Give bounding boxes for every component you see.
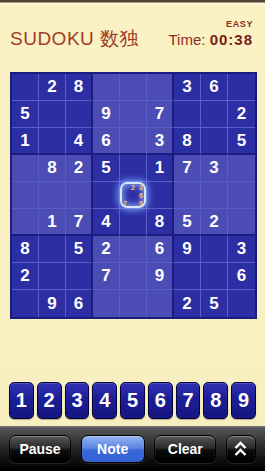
given-digit: 2 — [20, 266, 29, 286]
cell-r2c2[interactable] — [39, 101, 66, 128]
given-digit: 8 — [182, 131, 191, 151]
given-digit: 3 — [209, 158, 218, 178]
given-digit: 8 — [47, 158, 56, 178]
cell-r8c8[interactable] — [201, 263, 228, 290]
given-digit: 5 — [74, 239, 83, 259]
cell-r8c7[interactable] — [174, 263, 201, 290]
given-digit: 2 — [47, 77, 56, 97]
numpad-2[interactable]: 2 — [37, 382, 62, 419]
app-title: SUDOKU 数独 — [10, 26, 139, 52]
cell-r1c3[interactable]: 8 — [66, 74, 93, 101]
number-pad: 123456789 — [9, 382, 256, 419]
given-digit: 5 — [101, 158, 110, 178]
given-digit: 8 — [20, 239, 29, 259]
cell-r2c6[interactable]: 7 — [147, 101, 174, 128]
cell-r7c2[interactable] — [39, 236, 66, 263]
cell-r4c4[interactable]: 5 — [93, 155, 120, 182]
cell-r3c5[interactable] — [120, 128, 147, 155]
cell-r4c3[interactable]: 2 — [66, 155, 93, 182]
cell-r7c3[interactable]: 5 — [66, 236, 93, 263]
timer: Time: 00:38 — [169, 31, 254, 48]
note-digit: 3 — [137, 183, 145, 191]
given-digit: 2 — [209, 212, 218, 232]
cell-r8c9[interactable]: 6 — [228, 263, 255, 290]
cell-r7c4[interactable]: 2 — [93, 236, 120, 263]
cell-r8c4[interactable]: 7 — [93, 263, 120, 290]
cell-r3c6[interactable]: 3 — [147, 128, 174, 155]
sudoku-board: 2836597214638582517323679174852852693279… — [10, 72, 257, 319]
cell-r6c4[interactable]: 4 — [93, 209, 120, 236]
cell-r5c4[interactable] — [93, 182, 120, 209]
given-digit: 7 — [155, 104, 164, 124]
given-digit: 4 — [101, 212, 110, 232]
given-digit: 7 — [182, 158, 191, 178]
cell-r5c6[interactable] — [147, 182, 174, 209]
cell-r6c8[interactable]: 2 — [201, 209, 228, 236]
cell-r6c2[interactable]: 1 — [39, 209, 66, 236]
numpad-9[interactable]: 9 — [231, 382, 256, 419]
cell-r5c2[interactable] — [39, 182, 66, 209]
numpad-7[interactable]: 7 — [176, 382, 201, 419]
cell-r4c7[interactable]: 7 — [174, 155, 201, 182]
given-digit: 9 — [47, 294, 56, 314]
collapse-toolbar-button[interactable] — [226, 435, 256, 463]
cell-r4c1[interactable] — [12, 155, 39, 182]
given-digit: 6 — [74, 294, 83, 314]
toolbar: Pause Note Clear — [0, 426, 265, 471]
cell-r6c7[interactable]: 5 — [174, 209, 201, 236]
cell-r7c9[interactable]: 3 — [228, 236, 255, 263]
cell-r8c2[interactable] — [39, 263, 66, 290]
header-status: EASY Time: 00:38 — [169, 19, 254, 48]
given-digit: 2 — [74, 158, 83, 178]
cell-r1c6[interactable] — [147, 74, 174, 101]
given-digit: 6 — [209, 77, 218, 97]
given-digit: 9 — [182, 239, 191, 259]
cell-r2c8[interactable] — [201, 101, 228, 128]
given-digit: 9 — [155, 266, 164, 286]
cell-r2c4[interactable]: 9 — [93, 101, 120, 128]
cell-r6c9[interactable] — [228, 209, 255, 236]
cell-r9c9[interactable] — [228, 290, 255, 317]
given-digit: 3 — [155, 131, 164, 151]
difficulty-badge: EASY — [169, 19, 254, 29]
cell-r1c1[interactable] — [12, 74, 39, 101]
given-digit: 7 — [74, 212, 83, 232]
cell-r7c1[interactable]: 8 — [12, 236, 39, 263]
cell-r5c3[interactable] — [66, 182, 93, 209]
cell-r3c7[interactable]: 8 — [174, 128, 201, 155]
sudoku-app-screen: SUDOKU 数独 EASY Time: 00:38 2836597214638… — [0, 0, 265, 471]
cell-r9c7[interactable]: 2 — [174, 290, 201, 317]
cell-r3c2[interactable] — [39, 128, 66, 155]
numpad-4[interactable]: 4 — [92, 382, 117, 419]
cell-r6c6[interactable]: 8 — [147, 209, 174, 236]
cell-r1c7[interactable]: 3 — [174, 74, 201, 101]
cell-r6c1[interactable] — [12, 209, 39, 236]
given-digit: 6 — [155, 239, 164, 259]
cell-r9c6[interactable] — [147, 290, 174, 317]
cell-r2c5[interactable] — [120, 101, 147, 128]
cell-r3c3[interactable]: 4 — [66, 128, 93, 155]
cell-r1c5[interactable] — [120, 74, 147, 101]
cell-r4c5[interactable] — [120, 155, 147, 182]
given-digit: 6 — [101, 131, 110, 151]
given-digit: 8 — [74, 77, 83, 97]
cell-r8c6[interactable]: 9 — [147, 263, 174, 290]
cell-r3c8[interactable] — [201, 128, 228, 155]
numpad-8[interactable]: 8 — [203, 382, 228, 419]
cell-r8c3[interactable] — [66, 263, 93, 290]
cell-r8c1[interactable]: 2 — [12, 263, 39, 290]
cell-r2c3[interactable] — [66, 101, 93, 128]
given-digit: 2 — [182, 294, 191, 314]
cell-r9c2[interactable]: 9 — [39, 290, 66, 317]
cell-r9c3[interactable]: 6 — [66, 290, 93, 317]
cell-r5c9[interactable] — [228, 182, 255, 209]
cell-r4c6[interactable]: 1 — [147, 155, 174, 182]
cell-r5c7[interactable] — [174, 182, 201, 209]
note-digit: 2 — [129, 183, 137, 191]
given-digit: 1 — [155, 158, 164, 178]
cell-r1c8[interactable]: 6 — [201, 74, 228, 101]
given-digit: 6 — [237, 266, 246, 286]
numpad-3[interactable]: 3 — [65, 382, 90, 419]
given-digit: 2 — [101, 239, 110, 259]
time-value: 00:38 — [210, 31, 253, 48]
cell-r6c3[interactable]: 7 — [66, 209, 93, 236]
given-digit: 7 — [101, 266, 110, 286]
time-label: Time: — [169, 31, 206, 48]
cell-r5c1[interactable] — [12, 182, 39, 209]
cell-r5c5[interactable]: 23679 — [120, 182, 147, 209]
cell-r9c1[interactable] — [12, 290, 39, 317]
pencil-notes: 23679 — [121, 183, 145, 207]
cell-r4c8[interactable]: 3 — [201, 155, 228, 182]
cell-r3c1[interactable]: 1 — [12, 128, 39, 155]
clear-button[interactable]: Clear — [154, 435, 216, 463]
cell-r7c6[interactable]: 6 — [147, 236, 174, 263]
given-digit: 2 — [237, 104, 246, 124]
cell-r9c4[interactable] — [93, 290, 120, 317]
cell-r9c8[interactable]: 5 — [201, 290, 228, 317]
cell-r7c5[interactable] — [120, 236, 147, 263]
cell-r1c9[interactable] — [228, 74, 255, 101]
double-chevron-up-icon — [233, 440, 248, 457]
given-digit: 8 — [155, 212, 164, 232]
note-digit: 9 — [137, 199, 145, 207]
numpad-5[interactable]: 5 — [120, 382, 145, 419]
cell-r2c9[interactable]: 2 — [228, 101, 255, 128]
cell-r6c5[interactable] — [120, 209, 147, 236]
given-digit: 5 — [182, 212, 191, 232]
cell-r1c2[interactable]: 2 — [39, 74, 66, 101]
cell-r1c4[interactable] — [93, 74, 120, 101]
numpad-1[interactable]: 1 — [9, 382, 34, 419]
note-digit: 7 — [121, 199, 129, 207]
given-digit: 1 — [47, 212, 56, 232]
cell-r3c4[interactable]: 6 — [93, 128, 120, 155]
cell-r7c7[interactable]: 9 — [174, 236, 201, 263]
cell-r8c5[interactable] — [120, 263, 147, 290]
given-digit: 3 — [237, 239, 246, 259]
cell-r4c9[interactable] — [228, 155, 255, 182]
given-digit: 5 — [237, 131, 246, 151]
given-digit: 5 — [20, 104, 29, 124]
numpad-6[interactable]: 6 — [148, 382, 173, 419]
given-digit: 4 — [74, 131, 83, 151]
cell-r9c5[interactable] — [120, 290, 147, 317]
given-digit: 3 — [182, 77, 191, 97]
note-digit: 6 — [137, 191, 145, 199]
given-digit: 5 — [209, 294, 218, 314]
given-digit: 1 — [20, 131, 29, 151]
cell-r3c9[interactable]: 5 — [228, 128, 255, 155]
cell-r2c7[interactable] — [174, 101, 201, 128]
note-button[interactable]: Note — [81, 435, 145, 463]
cell-r4c2[interactable]: 8 — [39, 155, 66, 182]
given-digit: 9 — [101, 104, 110, 124]
pause-button[interactable]: Pause — [9, 435, 71, 463]
cell-r2c1[interactable]: 5 — [12, 101, 39, 128]
header: SUDOKU 数独 EASY Time: 00:38 — [0, 0, 265, 72]
cell-r5c8[interactable] — [201, 182, 228, 209]
cell-r7c8[interactable] — [201, 236, 228, 263]
